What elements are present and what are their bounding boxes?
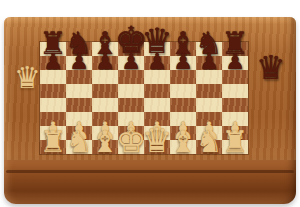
- offboard-black-extra-queen[interactable]: ♛: [256, 51, 286, 84]
- square-c1[interactable]: ♝: [92, 140, 118, 154]
- square-d7[interactable]: ♟: [118, 56, 144, 70]
- square-a7[interactable]: ♟: [40, 56, 66, 70]
- square-b7[interactable]: ♟: [66, 56, 92, 70]
- square-g4[interactable]: [196, 98, 222, 112]
- square-f4[interactable]: [170, 98, 196, 112]
- square-f6[interactable]: [170, 70, 196, 84]
- photo-scene: ♜♞♝♚♛♝♞♜♟♟♟♟♟♟♟♟♟♟♟♟♟♟♟♟♜♞♝♚♛♝♞♜ ♛ ♛: [0, 0, 300, 207]
- square-b6[interactable]: [66, 70, 92, 84]
- square-c6[interactable]: [92, 70, 118, 84]
- square-e4[interactable]: [144, 98, 170, 112]
- square-f1[interactable]: ♝: [170, 140, 196, 154]
- square-a5[interactable]: [40, 84, 66, 98]
- box-frame: ♜♞♝♚♛♝♞♜♟♟♟♟♟♟♟♟♟♟♟♟♟♟♟♟♜♞♝♚♛♝♞♜: [4, 17, 296, 160]
- square-d4[interactable]: [118, 98, 144, 112]
- square-e1[interactable]: ♛: [144, 140, 170, 154]
- square-b5[interactable]: [66, 84, 92, 98]
- square-h6[interactable]: [222, 70, 248, 84]
- box-front-face: [4, 160, 296, 204]
- square-g1[interactable]: ♞: [196, 140, 222, 154]
- chess-board: ♜♞♝♚♛♝♞♜♟♟♟♟♟♟♟♟♟♟♟♟♟♟♟♟♜♞♝♚♛♝♞♜: [40, 42, 248, 154]
- piece-white-rook[interactable]: ♜: [40, 127, 67, 157]
- square-c4[interactable]: [92, 98, 118, 112]
- square-h4[interactable]: [222, 98, 248, 112]
- square-e6[interactable]: [144, 70, 170, 84]
- square-g6[interactable]: [196, 70, 222, 84]
- square-f5[interactable]: [170, 84, 196, 98]
- square-a4[interactable]: [40, 98, 66, 112]
- piece-white-knight[interactable]: ♞: [196, 127, 223, 157]
- square-d6[interactable]: [118, 70, 144, 84]
- piece-white-rook[interactable]: ♜: [222, 127, 249, 157]
- offboard-white-extra-queen[interactable]: ♛: [14, 63, 41, 93]
- square-h1[interactable]: ♜: [222, 140, 248, 154]
- piece-white-knight[interactable]: ♞: [66, 127, 93, 157]
- square-d5[interactable]: [118, 84, 144, 98]
- square-d1[interactable]: ♚: [118, 140, 144, 154]
- square-g5[interactable]: [196, 84, 222, 98]
- chess-box: ♜♞♝♚♛♝♞♜♟♟♟♟♟♟♟♟♟♟♟♟♟♟♟♟♜♞♝♚♛♝♞♜: [4, 17, 296, 204]
- square-a1[interactable]: ♜: [40, 140, 66, 154]
- square-h7[interactable]: ♟: [222, 56, 248, 70]
- square-h5[interactable]: [222, 84, 248, 98]
- piece-white-queen[interactable]: ♛: [142, 123, 172, 157]
- square-b1[interactable]: ♞: [66, 140, 92, 154]
- square-e7[interactable]: ♟: [144, 56, 170, 70]
- piece-white-bishop[interactable]: ♝: [92, 127, 119, 157]
- hinge-seam: [6, 170, 294, 173]
- square-g7[interactable]: ♟: [196, 56, 222, 70]
- square-a6[interactable]: [40, 70, 66, 84]
- square-e5[interactable]: [144, 84, 170, 98]
- square-c5[interactable]: [92, 84, 118, 98]
- piece-white-bishop[interactable]: ♝: [170, 127, 197, 157]
- square-b4[interactable]: [66, 98, 92, 112]
- square-c7[interactable]: ♟: [92, 56, 118, 70]
- square-f7[interactable]: ♟: [170, 56, 196, 70]
